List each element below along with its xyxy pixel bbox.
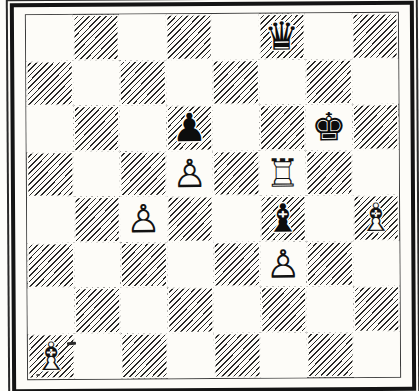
square-h1 xyxy=(353,331,400,377)
square-a1: ♝♗ xyxy=(28,333,75,379)
square-b3 xyxy=(74,242,121,288)
square-b6 xyxy=(73,106,120,152)
white-pawn-piece: ♟♙ xyxy=(120,196,167,242)
square-h4: ♝♗ xyxy=(352,195,399,241)
square-h8 xyxy=(351,13,398,59)
square-f4: ♝ xyxy=(259,195,306,241)
square-b2 xyxy=(74,288,121,334)
square-f1 xyxy=(260,332,307,378)
square-f6 xyxy=(259,104,306,150)
square-g8 xyxy=(305,13,352,59)
square-c6 xyxy=(119,105,166,151)
square-g3 xyxy=(306,241,353,287)
board-frame: ♛♟♚♟♙♜♖♟♙♝♝♗♟♙♝♗ xyxy=(10,1,416,391)
square-h7 xyxy=(352,58,399,104)
white-pawn-piece: ♟♙ xyxy=(260,241,307,287)
white-pawn-piece: ♟♙ xyxy=(166,151,213,197)
black-king-piece: ♚ xyxy=(305,104,352,150)
square-b5 xyxy=(73,151,120,197)
square-h2 xyxy=(353,286,400,332)
black-bishop-piece: ♝ xyxy=(259,195,306,241)
square-e5 xyxy=(213,150,260,196)
square-a6 xyxy=(26,106,73,152)
square-h3 xyxy=(353,240,400,286)
black-queen-piece: ♛ xyxy=(258,13,305,59)
white-bishop-piece: ♝♗ xyxy=(352,195,399,241)
square-e4 xyxy=(213,196,260,242)
square-d8 xyxy=(165,14,212,60)
square-d3 xyxy=(167,241,214,287)
square-b1 xyxy=(74,333,121,379)
square-g2 xyxy=(307,286,354,332)
square-a7 xyxy=(26,60,73,106)
square-d1 xyxy=(167,332,214,378)
square-c7 xyxy=(119,60,166,106)
square-d6: ♟ xyxy=(166,105,213,151)
square-d7 xyxy=(166,60,213,106)
square-e1 xyxy=(214,332,261,378)
square-f3: ♟♙ xyxy=(260,241,307,287)
square-a8 xyxy=(26,15,73,61)
square-c2 xyxy=(121,287,168,333)
square-d2 xyxy=(167,287,214,333)
white-rook-piece: ♜♖ xyxy=(259,150,306,196)
square-e3 xyxy=(213,241,260,287)
square-e6 xyxy=(212,105,259,151)
square-g6: ♚ xyxy=(305,104,352,150)
square-c4: ♟♙ xyxy=(120,196,167,242)
print-artifact-dot xyxy=(36,374,40,376)
square-f7 xyxy=(259,59,306,105)
square-a5 xyxy=(27,151,74,197)
square-d5: ♟♙ xyxy=(166,151,213,197)
square-e2 xyxy=(214,287,261,333)
square-e8 xyxy=(212,14,259,60)
square-c5 xyxy=(120,151,167,197)
square-h5 xyxy=(352,149,399,195)
black-pawn-piece: ♟ xyxy=(166,105,213,151)
square-h6 xyxy=(352,104,399,150)
square-g1 xyxy=(307,332,354,378)
chess-board: ♛♟♚♟♙♜♖♟♙♝♝♗♟♙♝♗ xyxy=(25,12,401,380)
square-g5 xyxy=(306,150,353,196)
square-a4 xyxy=(27,197,74,243)
square-f2 xyxy=(260,286,307,332)
square-b4 xyxy=(73,197,120,243)
square-d4 xyxy=(166,196,213,242)
square-f8: ♛ xyxy=(258,13,305,59)
square-c1 xyxy=(121,333,168,379)
square-a3 xyxy=(27,242,74,288)
square-f5: ♜♖ xyxy=(259,150,306,196)
square-c8 xyxy=(119,14,166,60)
square-b8 xyxy=(72,15,119,61)
square-b7 xyxy=(73,60,120,106)
white-bishop-piece: ♝♗ xyxy=(28,333,75,379)
square-a2 xyxy=(28,288,75,334)
square-c3 xyxy=(120,242,167,288)
square-g4 xyxy=(306,195,353,241)
scanned-newspaper-page: ♛♟♚♟♙♜♖♟♙♝♝♗♟♙♝♗ xyxy=(0,0,419,391)
square-g7 xyxy=(305,59,352,105)
square-e7 xyxy=(212,59,259,105)
